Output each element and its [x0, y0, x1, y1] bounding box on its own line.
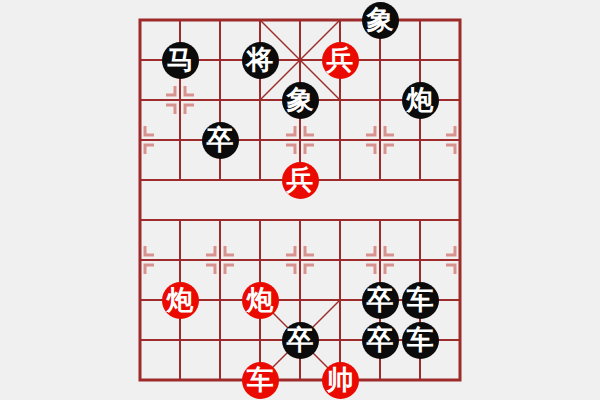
red-cannon-piece[interactable]: 炮: [242, 282, 279, 319]
black-soldier-piece[interactable]: 卒: [202, 122, 239, 159]
xiangqi-board[interactable]: 象马将兵象炮卒兵炮炮卒车卒卒车车帅: [120, 0, 480, 400]
black-soldier-piece[interactable]: 卒: [282, 322, 319, 359]
black-horse-piece[interactable]: 马: [162, 42, 199, 79]
red-soldier-piece[interactable]: 兵: [322, 42, 359, 79]
red-chariot-piece[interactable]: 车: [242, 362, 279, 399]
red-general-piece[interactable]: 帅: [322, 362, 359, 399]
red-cannon-piece[interactable]: 炮: [162, 282, 199, 319]
black-soldier-piece[interactable]: 卒: [362, 282, 399, 319]
black-elephant-piece[interactable]: 象: [282, 82, 319, 119]
board-grid[interactable]: 象马将兵象炮卒兵炮炮卒车卒卒车车帅: [120, 0, 480, 400]
red-soldier-piece[interactable]: 兵: [282, 162, 319, 199]
black-cannon-piece[interactable]: 炮: [402, 82, 439, 119]
black-general-piece[interactable]: 将: [242, 42, 279, 79]
black-chariot-piece[interactable]: 车: [402, 322, 439, 359]
black-chariot-piece[interactable]: 车: [402, 282, 439, 319]
black-soldier-piece[interactable]: 卒: [362, 322, 399, 359]
black-elephant-piece[interactable]: 象: [362, 2, 399, 39]
